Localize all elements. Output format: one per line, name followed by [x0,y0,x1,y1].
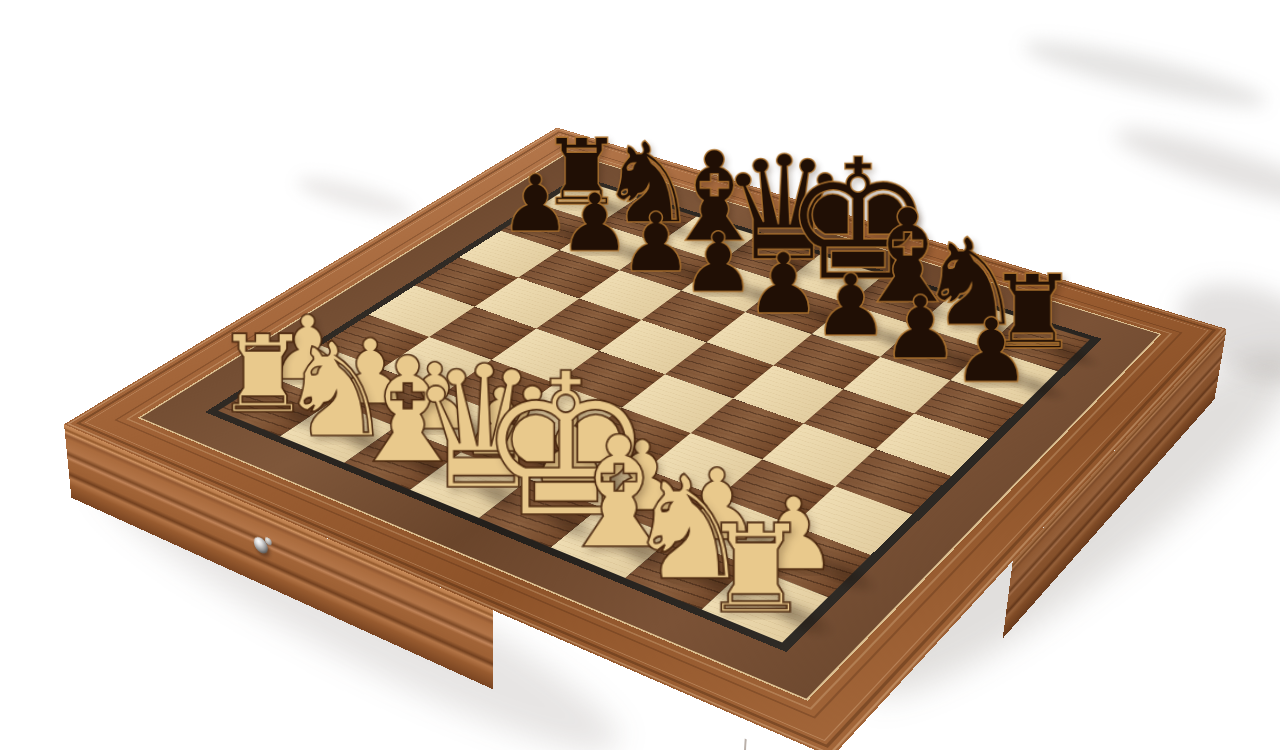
product-photo-canvas: ♜♞♝♛♚♝♞♜♟♟♟♟♟♟♟♟♟♟♟♟♟♟♟♟♜♞♝♛♚♝♞♜ [0,0,1280,750]
drawer-knob[interactable] [254,535,269,556]
case-top-surface: ♜♞♝♛♚♝♞♜♟♟♟♟♟♟♟♟♟♟♟♟♟♟♟♟♜♞♝♛♚♝♞♜ [64,127,1227,750]
chess-case: ♜♞♝♛♚♝♞♜♟♟♟♟♟♟♟♟♟♟♟♟♟♟♟♟♜♞♝♛♚♝♞♜ [64,127,1227,750]
black-pawn-f7[interactable]: ♟ [812,271,889,341]
photo-scene: ♜♞♝♛♚♝♞♜♟♟♟♟♟♟♟♟♟♟♟♟♟♟♟♟♜♞♝♛♚♝♞♜ [0,0,1280,750]
square-f6[interactable] [773,334,880,389]
black-pawn-e7[interactable]: ♟ [745,250,821,319]
black-pawn-h7[interactable]: ♟ [952,315,1032,388]
black-pawn-d7[interactable]: ♟ [681,229,755,297]
black-pawn-g7[interactable]: ♟ [881,293,959,365]
white-rook-h1[interactable]: ♜ [701,520,794,620]
